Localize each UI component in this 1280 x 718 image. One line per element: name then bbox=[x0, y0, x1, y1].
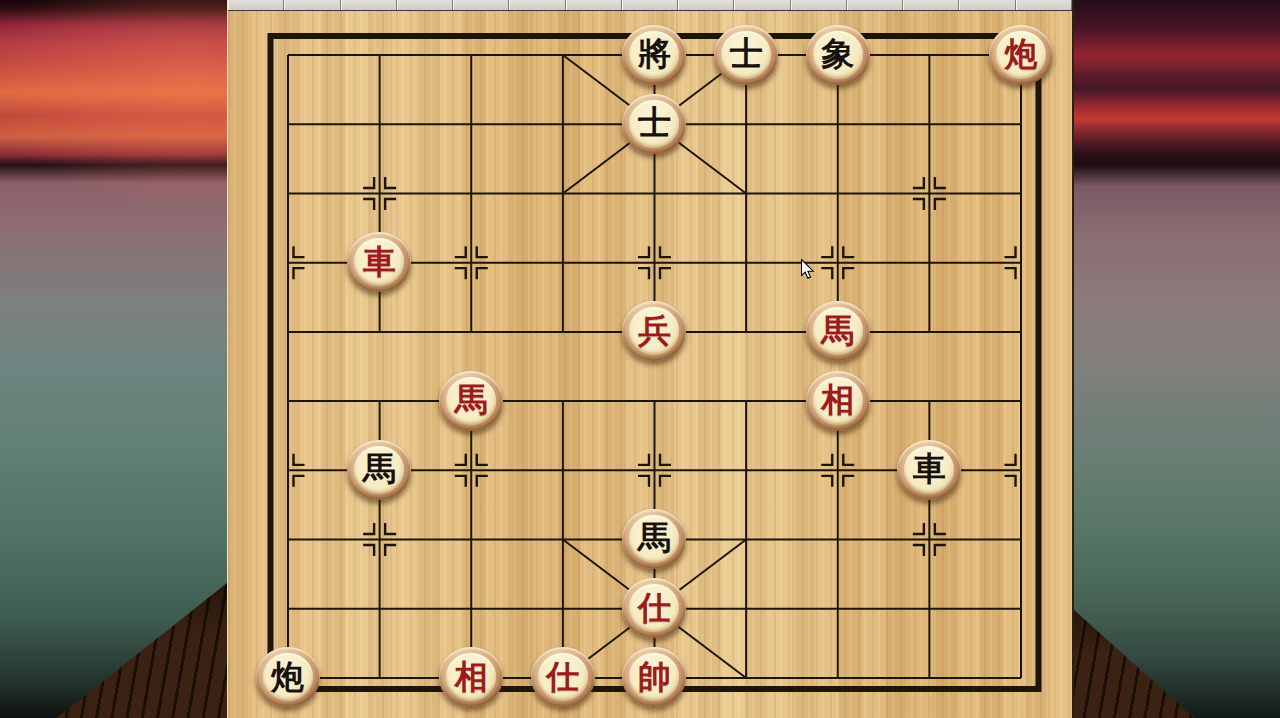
piece-face: 相 bbox=[446, 653, 496, 701]
piece-face: 士 bbox=[629, 100, 679, 148]
piece-black-horse[interactable]: 馬 bbox=[622, 509, 686, 569]
piece-face: 炮 bbox=[996, 31, 1046, 79]
piece-glyph: 馬 bbox=[821, 314, 854, 347]
piece-black-elephant[interactable]: 象 bbox=[806, 25, 870, 85]
piece-black-advisor[interactable]: 士 bbox=[714, 25, 778, 85]
xiangqi-game-window: 將士象炮士車兵馬馬相馬車馬仕炮相仕帥 bbox=[227, 0, 1074, 718]
piece-face: 士 bbox=[721, 31, 771, 79]
piece-red-horse[interactable]: 馬 bbox=[806, 301, 870, 361]
piece-glyph: 馬 bbox=[455, 383, 488, 416]
piece-red-advisor[interactable]: 仕 bbox=[531, 647, 595, 707]
piece-glyph: 相 bbox=[821, 383, 854, 416]
piece-red-soldier[interactable]: 兵 bbox=[622, 301, 686, 361]
piece-face: 馬 bbox=[813, 307, 863, 355]
piece-glyph: 車 bbox=[913, 452, 946, 485]
piece-glyph: 帥 bbox=[638, 660, 671, 693]
piece-glyph: 仕 bbox=[546, 660, 579, 693]
sunset-sky-right bbox=[1074, 0, 1280, 718]
piece-face: 象 bbox=[813, 31, 863, 79]
piece-glyph: 相 bbox=[455, 660, 488, 693]
piece-black-chariot[interactable]: 車 bbox=[897, 440, 961, 500]
piece-face: 車 bbox=[354, 238, 404, 286]
piece-face: 帥 bbox=[629, 653, 679, 701]
piece-glyph: 兵 bbox=[638, 314, 671, 347]
piece-face: 炮 bbox=[263, 653, 313, 701]
piece-black-cannon[interactable]: 炮 bbox=[256, 647, 320, 707]
piece-glyph: 將 bbox=[638, 37, 671, 70]
piece-face: 馬 bbox=[446, 377, 496, 425]
piece-glyph: 士 bbox=[638, 106, 671, 139]
piece-red-chariot[interactable]: 車 bbox=[347, 232, 411, 292]
piece-glyph: 車 bbox=[363, 245, 396, 278]
piece-glyph: 象 bbox=[821, 37, 854, 70]
piece-glyph: 馬 bbox=[638, 521, 671, 554]
piece-red-general[interactable]: 帥 bbox=[622, 647, 686, 707]
piece-red-cannon[interactable]: 炮 bbox=[989, 25, 1053, 85]
piece-black-horse[interactable]: 馬 bbox=[347, 440, 411, 500]
piece-face: 相 bbox=[813, 377, 863, 425]
piece-face: 仕 bbox=[629, 584, 679, 632]
board-area: 將士象炮士車兵馬馬相馬車馬仕炮相仕帥 bbox=[228, 11, 1073, 718]
piece-glyph: 士 bbox=[730, 37, 763, 70]
piece-face: 車 bbox=[904, 446, 954, 494]
board[interactable]: 將士象炮士車兵馬馬相馬車馬仕炮相仕帥 bbox=[242, 20, 1067, 712]
piece-glyph: 炮 bbox=[1005, 37, 1038, 70]
piece-red-elephant[interactable]: 相 bbox=[806, 371, 870, 431]
piece-glyph: 仕 bbox=[638, 591, 671, 624]
piece-red-elephant[interactable]: 相 bbox=[439, 647, 503, 707]
piece-glyph: 炮 bbox=[271, 660, 304, 693]
piece-black-general[interactable]: 將 bbox=[622, 25, 686, 85]
mouse-cursor bbox=[801, 259, 817, 283]
piece-glyph: 馬 bbox=[363, 452, 396, 485]
piece-face: 兵 bbox=[629, 307, 679, 355]
piece-face: 馬 bbox=[354, 446, 404, 494]
piece-red-horse[interactable]: 馬 bbox=[439, 371, 503, 431]
piece-face: 馬 bbox=[629, 515, 679, 563]
piece-face: 將 bbox=[629, 31, 679, 79]
piece-black-advisor[interactable]: 士 bbox=[622, 94, 686, 154]
piece-face: 仕 bbox=[538, 653, 588, 701]
piece-red-advisor[interactable]: 仕 bbox=[622, 578, 686, 638]
